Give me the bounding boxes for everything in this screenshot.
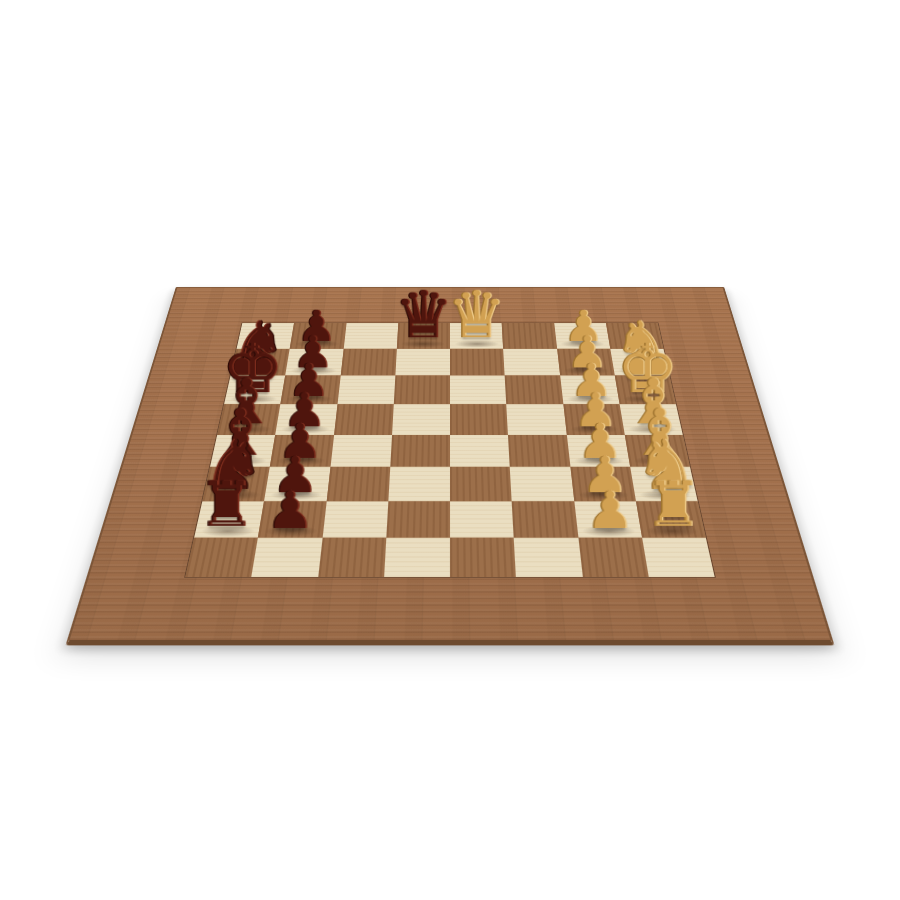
square-d7[interactable] xyxy=(395,349,450,376)
square-c5[interactable] xyxy=(334,404,394,434)
square-d1[interactable] xyxy=(384,538,450,577)
square-f7[interactable] xyxy=(503,349,559,376)
square-c7[interactable] xyxy=(340,349,396,376)
square-d8[interactable]: ♛ xyxy=(397,323,450,349)
piece-rosewood-red-rook-a2[interactable]: ♜ xyxy=(199,473,255,535)
square-d6[interactable] xyxy=(394,376,450,405)
piece-boxwood-golden-rook-h2[interactable]: ♜ xyxy=(645,473,701,535)
square-e1[interactable] xyxy=(450,538,516,577)
square-b2[interactable]: ♟ xyxy=(258,501,326,538)
square-f2[interactable] xyxy=(512,501,578,538)
square-e6[interactable] xyxy=(450,376,506,405)
piece-boxwood-golden-queen-e8[interactable]: ♛ xyxy=(448,282,506,347)
square-c1[interactable] xyxy=(318,538,386,577)
square-f1[interactable] xyxy=(514,538,582,577)
square-g1[interactable] xyxy=(578,538,649,577)
square-d5[interactable] xyxy=(392,404,450,434)
square-a1[interactable] xyxy=(185,538,258,577)
square-c6[interactable] xyxy=(337,376,395,405)
square-f6[interactable] xyxy=(505,376,563,405)
square-f5[interactable] xyxy=(506,404,566,434)
square-c8[interactable] xyxy=(343,323,398,349)
square-h2[interactable]: ♜ xyxy=(636,501,706,538)
square-d3[interactable] xyxy=(388,467,450,501)
square-f8[interactable] xyxy=(502,323,557,349)
square-b1[interactable] xyxy=(252,538,323,577)
piece-boxwood-golden-pawn-g2[interactable]: ♟ xyxy=(587,484,633,536)
piece-rosewood-red-pawn-b2[interactable]: ♟ xyxy=(267,484,313,536)
chess-board-perspective-wrap: ♟♛♛♟♞♟♟♞♚♟♟♚♝♟♟♝♝♟♟♝♞♟♟♞♜♟♟♜ xyxy=(130,116,770,756)
square-e5[interactable] xyxy=(450,404,508,434)
square-g2[interactable]: ♟ xyxy=(574,501,642,538)
square-d2[interactable] xyxy=(386,501,450,538)
square-e7[interactable] xyxy=(450,349,505,376)
square-e8[interactable]: ♛ xyxy=(450,323,503,349)
square-c3[interactable] xyxy=(326,467,390,501)
square-d4[interactable] xyxy=(390,435,450,467)
chess-board-grid: ♟♛♛♟♞♟♟♞♚♟♟♚♝♟♟♝♝♟♟♝♞♟♟♞♜♟♟♜ xyxy=(184,322,716,577)
product-photo-scene: ♟♛♛♟♞♟♟♞♚♟♟♚♝♟♟♝♝♟♟♝♞♟♟♞♜♟♟♜ xyxy=(0,0,900,900)
chess-board-frame: ♟♛♛♟♞♟♟♞♚♟♟♚♝♟♟♝♝♟♟♝♞♟♟♞♜♟♟♜ xyxy=(66,287,835,646)
square-h1[interactable] xyxy=(642,538,715,577)
square-e2[interactable] xyxy=(450,501,514,538)
square-e3[interactable] xyxy=(450,467,512,501)
square-f4[interactable] xyxy=(508,435,570,467)
square-c2[interactable] xyxy=(322,501,388,538)
square-f3[interactable] xyxy=(510,467,574,501)
square-c4[interactable] xyxy=(330,435,392,467)
square-e4[interactable] xyxy=(450,435,510,467)
square-a2[interactable]: ♜ xyxy=(194,501,264,538)
piece-rosewood-red-queen-d8[interactable]: ♛ xyxy=(394,282,452,347)
